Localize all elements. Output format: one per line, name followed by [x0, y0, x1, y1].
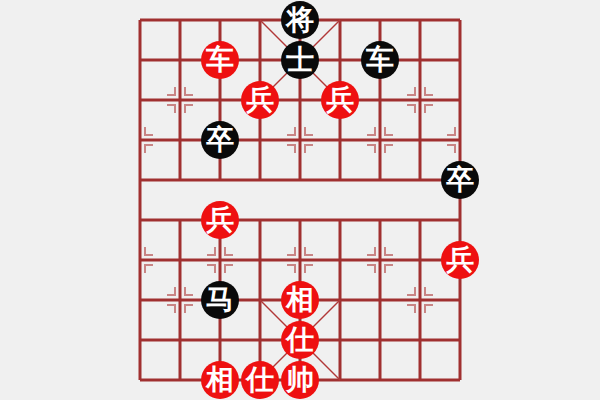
red-soldier[interactable]: 兵 — [321, 81, 359, 119]
black-advisor[interactable]: 士 — [281, 41, 319, 79]
red-elephant[interactable]: 相 — [201, 361, 239, 399]
black-chariot[interactable]: 车 — [361, 41, 399, 79]
red-advisor[interactable]: 仕 — [241, 361, 279, 399]
black-horse[interactable]: 马 — [201, 281, 239, 319]
red-general[interactable]: 帅 — [281, 361, 319, 399]
xiangqi-board: 将车士车兵兵卒卒兵兵马相仕相仕帅 — [0, 0, 600, 400]
black-general[interactable]: 将 — [281, 1, 319, 39]
red-soldier[interactable]: 兵 — [241, 81, 279, 119]
black-soldier[interactable]: 卒 — [441, 161, 479, 199]
red-soldier[interactable]: 兵 — [201, 201, 239, 239]
red-chariot[interactable]: 车 — [201, 41, 239, 79]
black-soldier[interactable]: 卒 — [201, 121, 239, 159]
red-elephant[interactable]: 相 — [281, 281, 319, 319]
pieces-layer: 将车士车兵兵卒卒兵兵马相仕相仕帅 — [120, 0, 480, 400]
red-advisor[interactable]: 仕 — [281, 321, 319, 359]
red-soldier[interactable]: 兵 — [441, 241, 479, 279]
